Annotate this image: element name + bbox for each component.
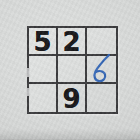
cell-r3c1[interactable] [29, 84, 58, 112]
given-digit: 2 [62, 29, 80, 55]
cell-r1c3[interactable] [87, 28, 116, 56]
cell-r2c2[interactable] [58, 56, 87, 84]
cell-r1c2[interactable]: 2 [58, 28, 87, 56]
cell-r3c3[interactable] [87, 84, 116, 112]
faded-left-border-segment [26, 68, 30, 77]
faded-left-border-segment [26, 88, 30, 96]
sudoku-grid: 5 2 9 [27, 26, 118, 114]
cell-r2c1[interactable] [29, 56, 58, 84]
pen-stroke-path [95, 55, 109, 81]
given-digit: 5 [33, 29, 51, 55]
given-digit: 9 [62, 86, 80, 112]
paper-photo: 5 2 9 [0, 0, 140, 140]
cell-r1c1[interactable]: 5 [29, 28, 58, 56]
cell-r3c2[interactable]: 9 [58, 84, 87, 112]
cell-r2c3[interactable] [87, 56, 116, 84]
handwritten-6-pen-stroke [89, 54, 113, 84]
